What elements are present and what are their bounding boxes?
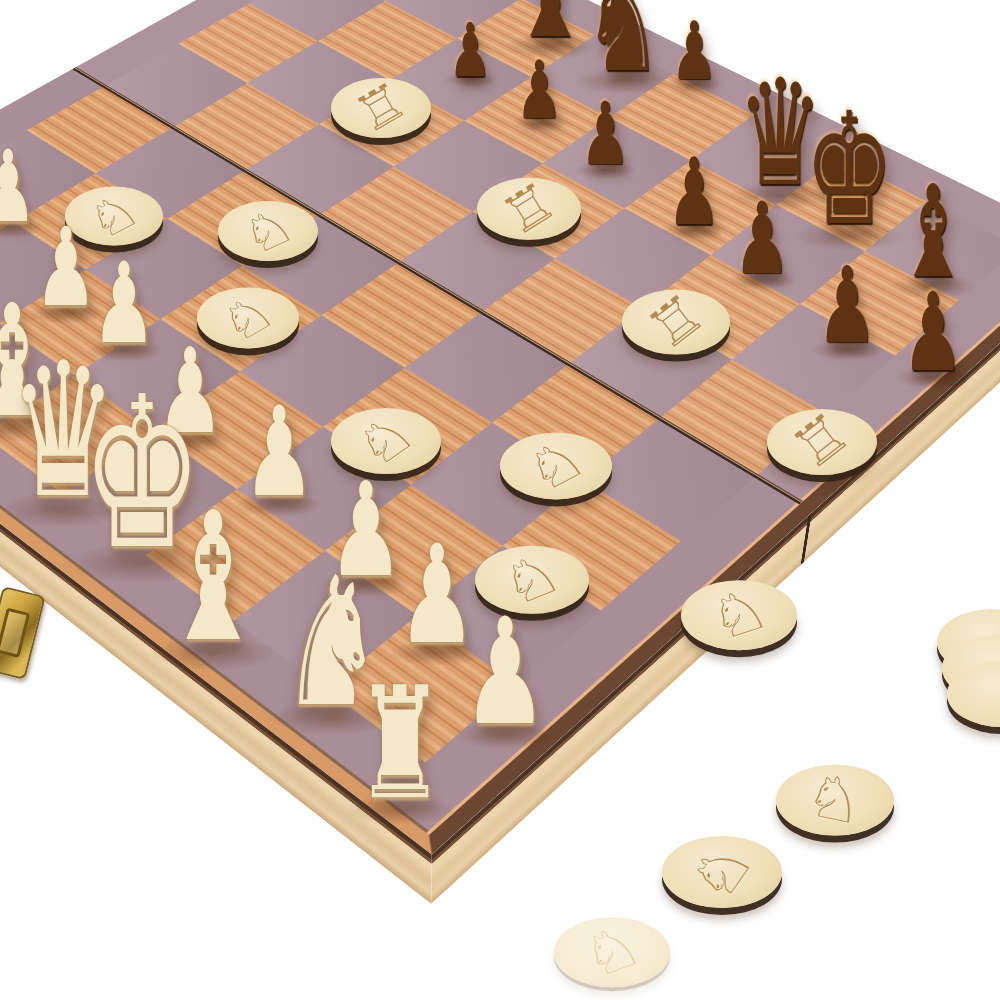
checker-disc-d3[interactable]: ♘ xyxy=(681,580,797,650)
product-photo-canvas: { "game": "chess", "set_description": "F… xyxy=(0,0,1000,1000)
dark-pawn-e7[interactable]: ♟ xyxy=(733,189,790,288)
checker-disc-e5[interactable]: ♖ xyxy=(767,409,877,475)
checker-disc-offboard[interactable]: ♘ xyxy=(776,765,894,836)
engraved-knight-icon: ♘ xyxy=(518,428,594,504)
white-pawn-a2[interactable]: ♟ xyxy=(0,137,37,236)
dark-king-e8[interactable]: ♚ xyxy=(804,93,894,248)
dark-pawn-b7[interactable]: ♟ xyxy=(516,50,563,131)
checker-disc-c4[interactable]: ♘ xyxy=(500,432,612,499)
engraved-knight-icon: ♘ xyxy=(702,578,775,652)
checker-disc-c6[interactable]: ♖ xyxy=(477,178,581,240)
engraved-rook-icon: ♖ xyxy=(347,74,416,143)
checker-disc-b6[interactable]: ♖ xyxy=(331,78,431,138)
engraved-knight-icon: ♘ xyxy=(575,915,650,990)
dark-pawn-c8[interactable]: ♟ xyxy=(671,11,718,92)
dark-pawn-c7[interactable]: ♟ xyxy=(580,91,630,178)
white-bishop-f1[interactable]: ♝ xyxy=(161,488,264,666)
engraved-knight-icon: ♘ xyxy=(680,830,764,914)
dark-pawn-d7[interactable]: ♟ xyxy=(667,145,721,238)
checker-disc-d6[interactable]: ♖ xyxy=(622,290,730,355)
engraved-knight-icon: ♘ xyxy=(235,198,301,264)
engraved-knight-icon: ♘ xyxy=(800,765,870,835)
brass-clasp xyxy=(0,586,46,680)
dark-pawn-f7[interactable]: ♟ xyxy=(817,253,878,358)
engraved-rook-icon: ♖ xyxy=(638,284,714,360)
dark-knight-b8[interactable]: ♞ xyxy=(584,0,663,92)
fold-seam-side-crack xyxy=(801,513,812,565)
white-pawn-h2[interactable]: ♟ xyxy=(462,599,547,746)
engraved-rook-icon: ♖ xyxy=(783,403,861,481)
checker-disc-b5[interactable]: ♘ xyxy=(218,201,318,261)
checker-disc-offboard[interactable]: ♘ xyxy=(662,836,782,908)
checker-disc-offboard[interactable]: ♘ xyxy=(554,917,670,987)
dark-pawn-a7[interactable]: ♟ xyxy=(448,12,491,86)
engraved-rook-icon: ♖ xyxy=(493,173,565,245)
dark-pawn-g7[interactable]: ♟ xyxy=(902,279,965,388)
white-rook-h1[interactable]: ♜ xyxy=(355,667,445,822)
